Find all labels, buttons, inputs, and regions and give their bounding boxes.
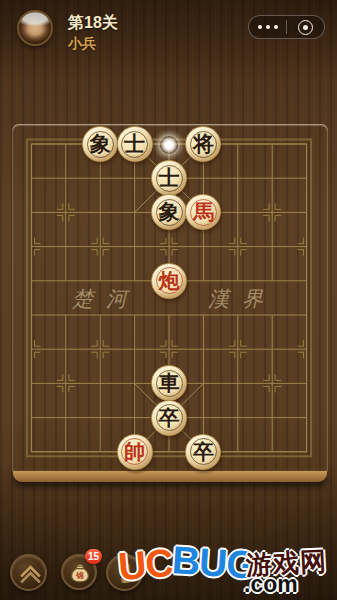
piece-character: 士	[159, 160, 180, 196]
piece-character: 車	[159, 365, 180, 401]
xiangqi-board[interactable]: 楚河 漢界 象士将士象馬炮車卒帥卒✦	[12, 124, 328, 482]
header: 第18关 小兵	[0, 0, 337, 58]
piece-character: 士	[124, 126, 145, 162]
money-bag-icon: 锦	[68, 561, 92, 585]
player-avatar[interactable]	[17, 10, 53, 46]
piece-character: 卒	[193, 434, 214, 470]
move-highlight-sparkle: ✦	[160, 136, 178, 154]
piece-black-soldier[interactable]: 卒	[151, 400, 187, 436]
more-options-button[interactable]	[249, 16, 286, 38]
scroll-icon	[121, 564, 130, 583]
svg-text:锦: 锦	[75, 571, 84, 580]
board-edge	[13, 471, 327, 482]
level-subtitle: 小兵	[68, 35, 96, 53]
river-label-right: 漢界	[208, 287, 276, 311]
piece-character: 将	[193, 126, 214, 162]
dot-icon	[266, 25, 270, 29]
piece-red-cannon[interactable]: 炮	[151, 263, 187, 299]
scroll-button[interactable]	[106, 554, 143, 591]
piece-black-advisor[interactable]: 士	[151, 160, 187, 196]
piece-character: 象	[90, 126, 111, 162]
close-home-button[interactable]	[287, 16, 324, 38]
piece-black-elephant[interactable]: 象	[82, 126, 118, 162]
piece-character: 卒	[159, 400, 180, 436]
home-circle-icon	[298, 20, 313, 35]
piece-red-general[interactable]: 帥	[117, 434, 153, 470]
level-title: 第18关	[68, 13, 118, 34]
dot-icon	[258, 25, 262, 29]
piece-character: 帥	[124, 434, 145, 470]
piece-character: 馬	[193, 194, 214, 230]
app-screen: 第18关 小兵 楚河 漢界 象士将士象馬炮車卒帥卒✦	[0, 0, 337, 600]
miniprogram-capsule	[248, 15, 325, 39]
piece-black-soldier[interactable]: 卒	[185, 434, 221, 470]
collapse-button[interactable]	[10, 554, 47, 591]
hint-count-badge: 15	[85, 549, 102, 564]
piece-black-advisor[interactable]: 士	[117, 126, 153, 162]
river-label-left: 楚河	[72, 287, 140, 311]
dot-icon	[274, 25, 278, 29]
piece-character: 象	[159, 194, 180, 230]
piece-character: 炮	[159, 263, 180, 299]
hint-bag-button[interactable]: 锦 15	[61, 554, 97, 590]
